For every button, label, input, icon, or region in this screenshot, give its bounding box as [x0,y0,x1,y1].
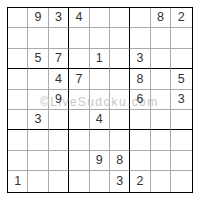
given-digit: 3 [35,113,42,126]
cell-r8c5[interactable]: 9 [90,151,110,171]
cell-r6c4[interactable] [69,110,89,130]
given-digit: 4 [75,11,82,24]
cell-r9c9[interactable] [171,171,191,191]
cell-r5c8[interactable] [151,90,171,110]
cell-r4c8[interactable] [151,69,171,89]
cell-r6c2[interactable]: 3 [28,110,48,130]
cell-r9c3[interactable] [49,171,69,191]
cell-r4c1[interactable] [8,69,28,89]
cell-r3c6[interactable] [110,49,130,69]
cell-r5c4[interactable] [69,90,89,110]
cell-r7c4[interactable] [69,130,89,150]
cell-r7c5[interactable] [90,130,110,150]
cell-r8c7[interactable] [130,151,150,171]
cell-r9c8[interactable] [151,171,171,191]
cell-r1c7[interactable] [130,8,150,28]
cell-r5c7[interactable]: 6 [130,90,150,110]
cell-r5c6[interactable] [110,90,130,110]
cell-r5c1[interactable] [8,90,28,110]
cell-r7c7[interactable] [130,130,150,150]
cell-r6c1[interactable] [8,110,28,130]
cell-r3c4[interactable] [69,49,89,69]
cell-r3c8[interactable] [151,49,171,69]
sudoku-page: ©LiveSudoku.com 93482571347859633498132 [0,0,200,200]
cell-r5c5[interactable] [90,90,110,110]
cell-r2c5[interactable] [90,28,110,48]
cell-r6c7[interactable] [130,110,150,130]
cell-r3c1[interactable] [8,49,28,69]
cell-r7c1[interactable] [8,130,28,150]
given-digit: 3 [137,52,144,65]
cell-r9c6[interactable]: 3 [110,171,130,191]
cell-r9c2[interactable] [28,171,48,191]
given-digit: 4 [96,113,103,126]
cell-r2c7[interactable] [130,28,150,48]
cell-r1c9[interactable]: 2 [171,8,191,28]
cell-r1c4[interactable]: 4 [69,8,89,28]
cell-r8c8[interactable] [151,151,171,171]
cell-r7c9[interactable] [171,130,191,150]
cell-r3c3[interactable]: 7 [49,49,69,69]
cell-r1c3[interactable]: 3 [49,8,69,28]
cell-r6c6[interactable] [110,110,130,130]
cell-r3c5[interactable]: 1 [90,49,110,69]
cell-r4c7[interactable]: 8 [130,69,150,89]
cell-r7c2[interactable] [28,130,48,150]
given-digit: 1 [14,175,21,188]
given-digit: 6 [137,93,144,106]
cell-r5c3[interactable]: 9 [49,90,69,110]
cell-r1c6[interactable] [110,8,130,28]
cell-r2c1[interactable] [8,28,28,48]
cell-r8c2[interactable] [28,151,48,171]
cell-r8c4[interactable] [69,151,89,171]
given-digit: 8 [137,73,144,86]
given-digit: 3 [116,175,123,188]
cell-r1c8[interactable]: 8 [151,8,171,28]
cell-r4c3[interactable]: 4 [49,69,69,89]
cell-r9c7[interactable]: 2 [130,171,150,191]
cell-r3c2[interactable]: 5 [28,49,48,69]
cell-r3c7[interactable]: 3 [130,49,150,69]
cell-r4c2[interactable] [28,69,48,89]
cell-r9c4[interactable] [69,171,89,191]
cell-r8c3[interactable] [49,151,69,171]
given-digit: 9 [35,11,42,24]
cell-r4c6[interactable] [110,69,130,89]
cell-r3c9[interactable] [171,49,191,69]
cell-r8c9[interactable] [171,151,191,171]
cell-r2c2[interactable] [28,28,48,48]
given-digit: 3 [178,93,185,106]
cell-r8c1[interactable] [8,151,28,171]
cell-r9c1[interactable]: 1 [8,171,28,191]
given-digit: 2 [137,175,144,188]
given-digit: 9 [55,93,62,106]
cell-r4c5[interactable] [90,69,110,89]
given-digit: 3 [55,11,62,24]
given-digit: 8 [116,154,123,167]
given-digit: 1 [96,52,103,65]
given-digit: 4 [55,73,62,86]
given-digit: 7 [55,52,62,65]
cell-r1c1[interactable] [8,8,28,28]
cell-r6c3[interactable] [49,110,69,130]
cell-r1c2[interactable]: 9 [28,8,48,28]
given-digit: 9 [96,154,103,167]
cell-r2c9[interactable] [171,28,191,48]
cell-r6c8[interactable] [151,110,171,130]
cell-r1c5[interactable] [90,8,110,28]
cell-r5c2[interactable] [28,90,48,110]
cell-r7c8[interactable] [151,130,171,150]
given-digit: 5 [35,52,42,65]
cell-r6c9[interactable] [171,110,191,130]
sudoku-board: ©LiveSudoku.com 93482571347859633498132 [7,7,193,193]
cell-r4c9[interactable]: 5 [171,69,191,89]
cell-r5c9[interactable]: 3 [171,90,191,110]
given-digit: 2 [178,11,185,24]
cell-r8c6[interactable]: 8 [110,151,130,171]
cell-r6c5[interactable]: 4 [90,110,110,130]
cell-r7c3[interactable] [49,130,69,150]
cell-r2c8[interactable] [151,28,171,48]
cell-r2c3[interactable] [49,28,69,48]
cell-r7c6[interactable] [110,130,130,150]
cell-r4c4[interactable]: 7 [69,69,89,89]
cell-r2c4[interactable] [69,28,89,48]
cell-r2c6[interactable] [110,28,130,48]
cell-r9c5[interactable] [90,171,110,191]
given-digit: 8 [157,11,164,24]
given-digit: 7 [75,73,82,86]
given-digit: 5 [178,73,185,86]
